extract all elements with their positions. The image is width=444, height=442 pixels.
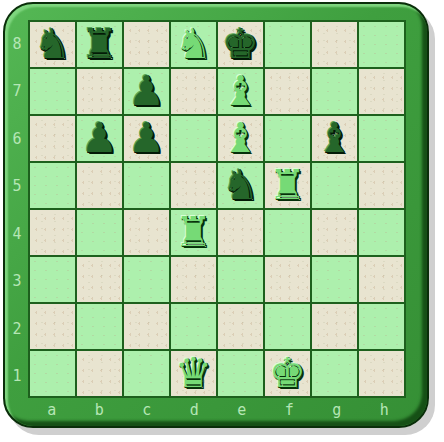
piece-white-bishop[interactable]: ♝ [222, 116, 259, 161]
file-label-d: d [171, 399, 219, 421]
piece-black-bishop[interactable]: ♝ [316, 116, 353, 161]
square-f6[interactable] [265, 116, 310, 161]
square-e4[interactable] [218, 210, 263, 255]
square-d2[interactable] [171, 304, 216, 349]
file-label-b: b [76, 399, 124, 421]
rank-label-2: 2 [7, 305, 27, 353]
square-d1[interactable]: ♛ [171, 351, 216, 396]
square-g3[interactable] [312, 257, 357, 302]
piece-white-rook[interactable]: ♜ [175, 210, 212, 255]
square-d4[interactable]: ♜ [171, 210, 216, 255]
piece-black-pawn[interactable]: ♟ [81, 116, 118, 161]
square-f1[interactable]: ♚ [265, 351, 310, 396]
square-h6[interactable] [359, 116, 404, 161]
square-b5[interactable] [77, 163, 122, 208]
piece-white-knight[interactable]: ♞ [175, 22, 212, 67]
square-c2[interactable] [124, 304, 169, 349]
square-h2[interactable] [359, 304, 404, 349]
square-a5[interactable] [30, 163, 75, 208]
square-b7[interactable] [77, 69, 122, 114]
square-b3[interactable] [77, 257, 122, 302]
square-e5[interactable]: ♞ [218, 163, 263, 208]
rank-labels: 87654321 [7, 20, 27, 400]
square-h7[interactable] [359, 69, 404, 114]
file-label-c: c [123, 399, 171, 421]
square-c3[interactable] [124, 257, 169, 302]
rank-label-3: 3 [7, 258, 27, 306]
piece-white-bishop[interactable]: ♝ [222, 69, 259, 114]
square-d5[interactable] [171, 163, 216, 208]
square-c7[interactable]: ♟ [124, 69, 169, 114]
piece-white-king[interactable]: ♚ [269, 351, 306, 396]
square-f8[interactable] [265, 22, 310, 67]
square-d6[interactable] [171, 116, 216, 161]
rank-label-1: 1 [7, 353, 27, 401]
square-e1[interactable] [218, 351, 263, 396]
square-g7[interactable] [312, 69, 357, 114]
square-d8[interactable]: ♞ [171, 22, 216, 67]
piece-black-rook[interactable]: ♜ [81, 22, 118, 67]
square-a4[interactable] [30, 210, 75, 255]
piece-white-queen[interactable]: ♛ [175, 351, 212, 396]
square-h8[interactable] [359, 22, 404, 67]
square-g1[interactable] [312, 351, 357, 396]
file-label-h: h [361, 399, 409, 421]
square-g4[interactable] [312, 210, 357, 255]
square-e7[interactable]: ♝ [218, 69, 263, 114]
square-g2[interactable] [312, 304, 357, 349]
square-a7[interactable] [30, 69, 75, 114]
square-g6[interactable]: ♝ [312, 116, 357, 161]
piece-black-pawn[interactable]: ♟ [128, 69, 165, 114]
rank-label-7: 7 [7, 68, 27, 116]
piece-black-knight[interactable]: ♞ [222, 163, 259, 208]
square-f4[interactable] [265, 210, 310, 255]
square-c4[interactable] [124, 210, 169, 255]
square-h3[interactable] [359, 257, 404, 302]
piece-black-king[interactable]: ♚ [222, 22, 259, 67]
square-f2[interactable] [265, 304, 310, 349]
piece-black-pawn[interactable]: ♟ [128, 116, 165, 161]
square-g5[interactable] [312, 163, 357, 208]
square-c1[interactable] [124, 351, 169, 396]
square-c5[interactable] [124, 163, 169, 208]
square-e2[interactable] [218, 304, 263, 349]
piece-white-rook[interactable]: ♜ [269, 163, 306, 208]
square-d7[interactable] [171, 69, 216, 114]
square-a2[interactable] [30, 304, 75, 349]
rank-label-6: 6 [7, 115, 27, 163]
square-d3[interactable] [171, 257, 216, 302]
square-e8[interactable]: ♚ [218, 22, 263, 67]
square-h1[interactable] [359, 351, 404, 396]
square-h5[interactable] [359, 163, 404, 208]
square-e6[interactable]: ♝ [218, 116, 263, 161]
file-label-g: g [313, 399, 361, 421]
file-label-f: f [266, 399, 314, 421]
square-f5[interactable]: ♜ [265, 163, 310, 208]
rank-label-4: 4 [7, 210, 27, 258]
file-labels: abcdefgh [28, 399, 408, 421]
square-a1[interactable] [30, 351, 75, 396]
square-b8[interactable]: ♜ [77, 22, 122, 67]
piece-black-knight[interactable]: ♞ [34, 22, 71, 67]
square-f7[interactable] [265, 69, 310, 114]
square-b6[interactable]: ♟ [77, 116, 122, 161]
file-label-a: a [28, 399, 76, 421]
rank-label-5: 5 [7, 163, 27, 211]
square-b1[interactable] [77, 351, 122, 396]
rank-label-8: 8 [7, 20, 27, 68]
square-h4[interactable] [359, 210, 404, 255]
square-c8[interactable] [124, 22, 169, 67]
square-e3[interactable] [218, 257, 263, 302]
square-f3[interactable] [265, 257, 310, 302]
file-label-e: e [218, 399, 266, 421]
square-a6[interactable] [30, 116, 75, 161]
square-g8[interactable] [312, 22, 357, 67]
square-c6[interactable]: ♟ [124, 116, 169, 161]
square-b4[interactable] [77, 210, 122, 255]
chess-board: ♞♜♞♚♟♝♟♟♝♝♞♜♜♛♚ [28, 20, 406, 398]
square-b2[interactable] [77, 304, 122, 349]
square-a8[interactable]: ♞ [30, 22, 75, 67]
square-a3[interactable] [30, 257, 75, 302]
